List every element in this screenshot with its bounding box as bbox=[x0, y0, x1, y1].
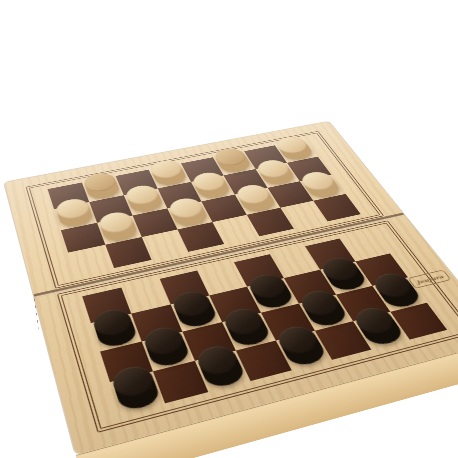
piece-light-a2[interactable] bbox=[54, 197, 95, 229]
piece-side bbox=[172, 293, 220, 329]
piece-top bbox=[369, 271, 417, 301]
square-h8[interactable] bbox=[390, 303, 447, 340]
square-d8[interactable] bbox=[236, 341, 292, 382]
square-c5[interactable] bbox=[160, 270, 210, 304]
square-e7[interactable] bbox=[261, 304, 315, 341]
pieces-layer bbox=[4, 121, 458, 455]
piece-light-d3[interactable] bbox=[166, 196, 210, 228]
square-a7[interactable] bbox=[100, 341, 153, 382]
piece-light-b3[interactable] bbox=[97, 210, 140, 243]
square-a8[interactable] bbox=[110, 371, 165, 415]
piece-dark-a8[interactable] bbox=[109, 363, 162, 412]
square-h7[interactable] bbox=[372, 277, 427, 312]
piece-side bbox=[223, 310, 273, 348]
piece-side bbox=[299, 292, 350, 328]
piece-top bbox=[90, 306, 135, 339]
square-e5[interactable] bbox=[234, 254, 284, 287]
piece-light-b1[interactable] bbox=[82, 171, 122, 201]
piece-side bbox=[92, 311, 139, 349]
piece-dark-c8[interactable] bbox=[193, 343, 247, 390]
square-b7[interactable] bbox=[142, 332, 195, 372]
square-g7[interactable] bbox=[336, 286, 390, 321]
square-b5[interactable] bbox=[121, 279, 170, 314]
piece-top bbox=[350, 305, 400, 338]
piece-dark-f7[interactable] bbox=[296, 288, 350, 329]
square-d7[interactable] bbox=[222, 313, 276, 351]
piece-top bbox=[317, 255, 363, 284]
square-c6[interactable] bbox=[171, 295, 222, 331]
piece-dark-g6[interactable] bbox=[317, 255, 369, 293]
square-e6[interactable] bbox=[247, 278, 299, 313]
square-f8[interactable] bbox=[315, 321, 371, 360]
piece-light-d1[interactable] bbox=[148, 159, 189, 188]
square-a6[interactable] bbox=[91, 314, 142, 352]
piece-light-f3[interactable] bbox=[233, 183, 278, 214]
square-h6[interactable] bbox=[355, 253, 407, 285]
piece-top bbox=[193, 343, 242, 379]
piece-top bbox=[109, 363, 158, 401]
piece-dark-e6[interactable] bbox=[245, 271, 296, 310]
piece-dark-c6[interactable] bbox=[169, 289, 219, 330]
piece-side bbox=[143, 329, 192, 369]
square-d6[interactable] bbox=[209, 287, 261, 322]
piece-dark-d7[interactable] bbox=[220, 305, 273, 348]
board-top-face: Jeujura bbox=[4, 121, 458, 455]
piece-dark-e8[interactable] bbox=[273, 323, 328, 368]
piece-side bbox=[111, 369, 162, 413]
square-b8[interactable] bbox=[153, 361, 208, 404]
square-d5[interactable] bbox=[197, 262, 247, 295]
piece-top bbox=[245, 271, 291, 301]
piece-light-c2[interactable] bbox=[123, 183, 165, 214]
piece-side bbox=[196, 348, 248, 390]
piece-top bbox=[273, 323, 323, 358]
piece-dark-a6[interactable] bbox=[90, 306, 139, 349]
piece-dark-b7[interactable] bbox=[141, 324, 192, 369]
square-g6[interactable] bbox=[320, 261, 372, 294]
piece-top bbox=[141, 324, 188, 359]
piece-light-h3[interactable] bbox=[298, 170, 344, 200]
piece-side bbox=[320, 259, 369, 292]
square-a5[interactable] bbox=[82, 288, 131, 323]
piece-dark-h7[interactable] bbox=[369, 271, 424, 310]
square-c7[interactable] bbox=[182, 322, 235, 361]
checkers-board: Jeujura bbox=[4, 121, 458, 455]
square-e8[interactable] bbox=[276, 331, 332, 371]
piece-top bbox=[169, 289, 214, 321]
square-b6[interactable] bbox=[131, 304, 182, 341]
product-photo-scene: Jeujura bbox=[0, 0, 458, 458]
piece-top bbox=[220, 305, 267, 338]
square-g8[interactable] bbox=[353, 312, 410, 350]
square-c8[interactable] bbox=[195, 351, 251, 393]
piece-side bbox=[353, 310, 406, 348]
square-f7[interactable] bbox=[299, 295, 353, 331]
piece-side bbox=[276, 328, 329, 368]
brand-stamp-text: Jeujura bbox=[414, 273, 444, 285]
piece-top bbox=[296, 288, 344, 320]
brand-stamp: Jeujura bbox=[407, 270, 451, 289]
piece-dark-g8[interactable] bbox=[350, 305, 407, 348]
square-f6[interactable] bbox=[284, 270, 336, 304]
piece-side bbox=[372, 275, 424, 310]
piece-side bbox=[248, 276, 297, 311]
